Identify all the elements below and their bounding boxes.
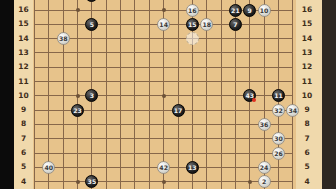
stone-move-number: 21 (231, 7, 240, 14)
stone-move-number: 34 (288, 107, 297, 114)
row-label-left-12: 12 (15, 62, 33, 71)
stone-move-number: 35 (88, 178, 97, 185)
stone-move-number: 40 (45, 164, 54, 171)
stone-black[interactable] (85, 0, 98, 2)
stone-move-number: 18 (202, 21, 211, 28)
stone-move-number: 38 (59, 35, 68, 42)
row-label-left-8: 8 (15, 119, 33, 128)
stone-move-number: 2 (262, 178, 266, 185)
stone-black-3[interactable]: 3 (85, 89, 98, 102)
row-label-right-11: 11 (298, 77, 316, 86)
row-label-right-13: 13 (298, 48, 316, 57)
grid-horizontal-line (34, 81, 292, 82)
stone-white-38[interactable]: 38 (57, 32, 70, 45)
row-label-right-7: 7 (298, 134, 316, 143)
stone-white-14[interactable]: 14 (157, 18, 170, 31)
stone-move-number: 9 (248, 7, 252, 14)
stone-move-number: 42 (159, 164, 168, 171)
grid-horizontal-line (34, 52, 292, 53)
star-point (76, 94, 80, 98)
stone-move-number: 3 (90, 92, 94, 99)
star-point (162, 8, 166, 12)
grid-horizontal-line (34, 67, 292, 68)
stone-black-11[interactable]: 11 (272, 89, 285, 102)
grid-horizontal-line (34, 153, 292, 154)
row-label-right-15: 15 (298, 19, 316, 28)
stone-black-17[interactable]: 17 (172, 104, 185, 117)
row-label-left-15: 15 (15, 19, 33, 28)
stone-black-9[interactable]: 9 (243, 4, 256, 17)
stone-black-5[interactable]: 5 (85, 18, 98, 31)
row-label-left-6: 6 (15, 148, 33, 157)
stone-white-2[interactable]: 2 (258, 175, 271, 188)
stone-white-34[interactable]: 34 (286, 104, 299, 117)
row-label-right-9: 9 (298, 105, 316, 114)
row-label-right-14: 14 (298, 34, 316, 43)
stone-black-35[interactable]: 35 (85, 175, 98, 188)
stone-black-15[interactable]: 15 (186, 18, 199, 31)
stone-white-30[interactable]: 30 (272, 132, 285, 145)
star-point (162, 180, 166, 184)
star-point (76, 180, 80, 184)
stone-white-32[interactable]: 32 (272, 104, 285, 117)
row-label-left-16: 16 (15, 5, 33, 14)
stone-white-36[interactable]: 36 (258, 118, 271, 131)
stone-black-13[interactable]: 13 (186, 161, 199, 174)
row-label-left-4: 4 (15, 177, 33, 186)
stone-move-number: 13 (188, 164, 197, 171)
row-label-right-4: 4 (298, 177, 316, 186)
last-move-marker (252, 98, 257, 103)
stone-move-number: 17 (174, 107, 183, 114)
row-label-right-5: 5 (298, 162, 316, 171)
stone-move-number: 11 (274, 92, 283, 99)
row-label-left-10: 10 (15, 91, 33, 100)
stone-white-42[interactable]: 42 (157, 161, 170, 174)
stone-white-10[interactable]: 10 (258, 4, 271, 17)
grid-horizontal-line (34, 124, 292, 125)
grid-horizontal-line (34, 38, 292, 39)
stone-move-number: 7 (233, 21, 237, 28)
grid-horizontal-line (34, 138, 292, 139)
stone-move-number: 23 (73, 107, 82, 114)
left-letterbox-bar (0, 0, 14, 189)
right-letterbox-bar (322, 0, 336, 189)
stone-move-number: 24 (260, 164, 269, 171)
star-point (76, 8, 80, 12)
stone-white-24[interactable]: 24 (258, 161, 271, 174)
row-label-right-12: 12 (298, 62, 316, 71)
stone-white-26[interactable]: 26 (272, 147, 285, 160)
row-label-right-8: 8 (298, 119, 316, 128)
row-label-left-11: 11 (15, 77, 33, 86)
stone-black-7[interactable]: 7 (229, 18, 242, 31)
stone-white-40[interactable]: 40 (42, 161, 55, 174)
star-point (248, 180, 252, 184)
row-label-right-6: 6 (298, 148, 316, 157)
stone-white-18[interactable]: 18 (200, 18, 213, 31)
stone-move-number: 30 (274, 135, 283, 142)
stone-move-number: 15 (188, 21, 197, 28)
stone-move-number: 14 (159, 21, 168, 28)
row-label-left-13: 13 (15, 48, 33, 57)
row-label-right-16: 16 (298, 5, 316, 14)
row-label-right-10: 10 (298, 91, 316, 100)
row-label-left-7: 7 (15, 134, 33, 143)
stone-move-number: 16 (188, 7, 197, 14)
ghost-stone[interactable] (186, 32, 199, 45)
stone-black-23[interactable]: 23 (71, 104, 84, 117)
row-label-left-14: 14 (15, 34, 33, 43)
go-board-screenshot: 1616151514141313121211111010998877665544… (0, 0, 336, 189)
stone-move-number: 32 (274, 107, 283, 114)
stone-black-21[interactable]: 21 (229, 4, 242, 17)
stone-move-number: 26 (274, 150, 283, 157)
stone-move-number: 5 (90, 21, 94, 28)
grid-vertical-line (292, 0, 293, 189)
row-label-left-5: 5 (15, 162, 33, 171)
stone-move-number: 36 (260, 121, 269, 128)
stone-black-43[interactable]: 43 (243, 89, 256, 102)
star-point (162, 94, 166, 98)
stone-move-number: 10 (260, 7, 269, 14)
row-label-left-9: 9 (15, 105, 33, 114)
stone-white-16[interactable]: 16 (186, 4, 199, 17)
